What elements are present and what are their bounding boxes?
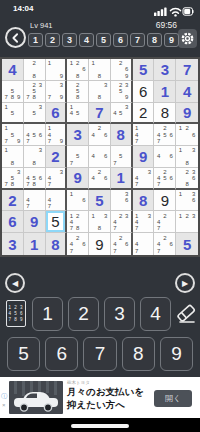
pencil-marks: 2368 bbox=[176, 168, 198, 188]
cell-r1c3[interactable]: 19 bbox=[46, 59, 68, 81]
pencil-marks: 46 bbox=[154, 146, 175, 167]
numpad-button-9[interactable]: 9 bbox=[160, 337, 193, 371]
given-digit: 3 bbox=[161, 62, 169, 77]
status-icons bbox=[154, 3, 194, 21]
pencil-marks: 18 bbox=[2, 146, 23, 167]
cell-r2c5[interactable]: 38 bbox=[89, 81, 111, 103]
pencil-marks: 4567 bbox=[24, 124, 45, 145]
given-digit: 6 bbox=[51, 105, 59, 120]
pencil-marks: 46 bbox=[89, 146, 110, 167]
pencil-marks: 57 bbox=[67, 146, 88, 167]
pencil-marks: 24567 bbox=[154, 124, 175, 145]
home-indicator[interactable] bbox=[71, 424, 129, 428]
cell-r1c2[interactable]: 28 bbox=[24, 59, 46, 81]
cell-r4c4[interactable]: 3 bbox=[67, 124, 89, 146]
cell-r9c7[interactable]: 47 bbox=[133, 233, 155, 255]
given-digit: 4 bbox=[183, 84, 191, 99]
given-digit: 8 bbox=[139, 193, 147, 208]
gear-icon bbox=[180, 31, 195, 46]
prev-button[interactable]: ◀ bbox=[5, 273, 25, 293]
pencil-marks: 47 bbox=[24, 190, 45, 211]
pencil-marks: 28 bbox=[24, 59, 45, 80]
cell-r2c8[interactable]: 1 bbox=[154, 81, 176, 103]
given-digit: 1 bbox=[161, 84, 169, 99]
cell-r9c6[interactable]: 2467 bbox=[111, 233, 133, 255]
timer-label: 69:56 bbox=[156, 20, 177, 30]
cell-r8c7[interactable]: 1347 bbox=[133, 211, 155, 233]
notes-icon-row: 4 5 6 bbox=[8, 311, 23, 316]
pencil-marks: 258 bbox=[67, 81, 88, 102]
ad-info-icon[interactable]: ⓘ bbox=[1, 393, 7, 399]
ad-banner: ⓘ × 栃木トヨタ 月々のお支払いを 抑えたい方へ 開く bbox=[0, 377, 200, 418]
digit-counter-button-9[interactable]: 9 bbox=[164, 33, 179, 47]
eraser-icon bbox=[175, 303, 197, 325]
given-digit: 3 bbox=[74, 127, 82, 142]
cell-r9c8[interactable]: 2467 bbox=[154, 233, 176, 255]
cell-r4c1[interactable]: 1579 bbox=[2, 124, 24, 146]
cell-r5c5[interactable]: 46 bbox=[89, 146, 111, 168]
back-button[interactable] bbox=[5, 27, 26, 48]
cell-r5c2[interactable]: 38 bbox=[24, 146, 46, 168]
pencil-marks: 246 bbox=[89, 124, 110, 145]
pencil-marks: 57 bbox=[111, 146, 131, 167]
pencil-marks: 15 bbox=[2, 103, 23, 123]
digit-counter-button-3[interactable]: 3 bbox=[62, 33, 77, 47]
app-screen: 14:04 Lv 941 69:56 bbox=[0, 0, 200, 432]
given-digit: 5 bbox=[183, 237, 191, 252]
given-digit: 1 bbox=[30, 237, 38, 252]
numpad-button-1[interactable]: 1 bbox=[32, 297, 63, 331]
ad-headline-line1[interactable]: 月々のお支払いを bbox=[67, 387, 144, 397]
cell-r9c4[interactable]: 2467 bbox=[67, 233, 89, 255]
pencil-marks: 2467 bbox=[111, 233, 131, 255]
notes-icon-row: 1 2 3 bbox=[8, 305, 23, 310]
arrow-left-icon: ◀ bbox=[12, 279, 18, 288]
pencil-marks: 136 bbox=[176, 190, 198, 211]
cell-r3c8[interactable]: 8 bbox=[154, 103, 176, 125]
pencil-marks: 1347 bbox=[133, 211, 154, 232]
pencil-marks: 347 bbox=[46, 168, 66, 188]
cell-r3c3[interactable]: 6 bbox=[46, 103, 68, 125]
pencil-notes-toggle[interactable]: 1 2 3 4 5 6 7 8 9 bbox=[6, 300, 26, 327]
given-digit: 6 bbox=[8, 214, 16, 229]
cell-r5c6[interactable]: 57 bbox=[111, 146, 133, 168]
digit-counter-button-5[interactable]: 5 bbox=[96, 33, 111, 47]
pencil-marks: 145 bbox=[67, 103, 88, 123]
given-digit: 9 bbox=[139, 149, 147, 164]
numpad-button-5[interactable]: 5 bbox=[7, 337, 40, 371]
cell-r7c4[interactable]: 16 bbox=[67, 190, 89, 212]
cell-r8c3[interactable]: 5 bbox=[46, 211, 68, 233]
pencil-marks: 36 bbox=[111, 190, 131, 211]
pencil-marks: 38 bbox=[89, 81, 110, 102]
pencil-marks: 347 bbox=[133, 168, 154, 188]
cell-r2c9[interactable]: 4 bbox=[176, 81, 198, 103]
pencil-marks: 35 bbox=[24, 103, 45, 123]
cell-r2c7[interactable]: 6 bbox=[133, 81, 155, 103]
next-button[interactable]: ▶ bbox=[175, 273, 195, 293]
cell-r9c5[interactable]: 9 bbox=[89, 233, 111, 255]
cell-r8c4[interactable]: 12478 bbox=[67, 211, 89, 233]
cell-r5c8[interactable]: 46 bbox=[154, 146, 176, 168]
cell-r5c7[interactable]: 9 bbox=[133, 146, 155, 168]
cell-r5c1[interactable]: 18 bbox=[2, 146, 24, 168]
given-digit: 8 bbox=[117, 127, 125, 142]
cell-r1c9[interactable]: 7 bbox=[176, 59, 198, 81]
pencil-marks: 1479 bbox=[46, 124, 66, 145]
ad-advertiser-label: 栃木トヨタ bbox=[67, 380, 90, 385]
pencil-marks: 16 bbox=[67, 190, 88, 211]
pencil-marks: 379 bbox=[46, 81, 66, 102]
digit-counter-button-8[interactable]: 8 bbox=[147, 33, 162, 47]
arrow-right-icon: ▶ bbox=[182, 279, 188, 288]
pencil-marks: 123 bbox=[176, 211, 198, 232]
given-digit: 4 bbox=[8, 62, 16, 77]
cell-r6c6[interactable]: 1 bbox=[111, 168, 133, 190]
pencil-marks: 23578 bbox=[24, 81, 45, 102]
cell-r3c6[interactable]: 345 bbox=[111, 103, 133, 125]
user-digit: 2 bbox=[139, 105, 147, 120]
cell-r3c7[interactable]: 2 bbox=[133, 103, 155, 125]
cell-r3c9[interactable]: 9 bbox=[176, 103, 198, 125]
cell-r8c8[interactable]: 247 bbox=[154, 211, 176, 233]
cell-r3c2[interactable]: 35 bbox=[24, 103, 46, 125]
cell-r3c4[interactable]: 145 bbox=[67, 103, 89, 125]
numpad-row-2: 56789 bbox=[7, 337, 193, 371]
cell-r4c7[interactable]: 147 bbox=[133, 124, 155, 146]
digit-counter-button-1[interactable]: 1 bbox=[28, 33, 43, 47]
settings-button[interactable] bbox=[178, 29, 197, 48]
cell-r2c3[interactable]: 379 bbox=[46, 81, 68, 103]
notes-icon-row: 7 8 9 bbox=[8, 317, 23, 322]
given-digit: 2 bbox=[51, 149, 59, 164]
pencil-marks: 47 bbox=[46, 190, 66, 211]
cell-r6c4[interactable]: 9 bbox=[67, 168, 89, 190]
given-digit: 7 bbox=[183, 62, 191, 77]
pencil-marks: 138 bbox=[176, 146, 198, 167]
cell-r7c7[interactable]: 8 bbox=[133, 190, 155, 212]
user-digit: 6 bbox=[139, 84, 147, 99]
cell-r4c8[interactable]: 24567 bbox=[154, 124, 176, 146]
cell-r3c1[interactable]: 15 bbox=[2, 103, 24, 125]
battery-icon bbox=[183, 8, 194, 15]
given-digit: 1 bbox=[117, 170, 125, 185]
pencil-marks: 126 bbox=[176, 124, 198, 145]
given-digit: 9 bbox=[74, 170, 82, 185]
pencil-marks: 2467 bbox=[67, 233, 88, 255]
user-digit: 8 bbox=[161, 105, 169, 120]
pencil-marks: 345 bbox=[111, 103, 131, 123]
numpad-button-2[interactable]: 2 bbox=[68, 297, 99, 331]
pencil-marks: 1268 bbox=[67, 59, 88, 80]
cell-r6c8[interactable]: 24567 bbox=[154, 168, 176, 190]
cell-r6c3[interactable]: 347 bbox=[46, 168, 68, 190]
wifi-dot bbox=[174, 14, 176, 16]
cell-r8c9[interactable]: 123 bbox=[176, 211, 198, 233]
pencil-marks: 269 bbox=[111, 59, 131, 80]
digit-counter-button-7[interactable]: 7 bbox=[130, 33, 145, 47]
cell-r5c4[interactable]: 57 bbox=[67, 146, 89, 168]
signal-icon bbox=[154, 7, 167, 16]
cell-r1c5[interactable]: 18 bbox=[89, 59, 111, 81]
pencil-marks: 5789 bbox=[2, 81, 23, 102]
cell-r4c2[interactable]: 4567 bbox=[24, 124, 46, 146]
given-digit: 5 bbox=[95, 193, 103, 208]
status-time: 14:04 bbox=[13, 4, 33, 13]
cell-r7c8[interactable]: 9 bbox=[154, 190, 176, 212]
given-digit: 9 bbox=[30, 214, 38, 229]
cell-r9c2[interactable]: 1 bbox=[24, 233, 46, 255]
user-digit: 5 bbox=[51, 214, 59, 229]
level-label: Lv 941 bbox=[30, 21, 53, 30]
pencil-marks: 19 bbox=[46, 59, 66, 80]
cell-r7c2[interactable]: 47 bbox=[24, 190, 46, 212]
ad-headline-line2[interactable]: 抑えたい方へ bbox=[67, 400, 125, 410]
cell-r8c2[interactable]: 9 bbox=[24, 211, 46, 233]
cell-r5c3[interactable]: 2 bbox=[46, 146, 68, 168]
digit-counter-button-6[interactable]: 6 bbox=[113, 33, 128, 47]
cell-r2c2[interactable]: 23578 bbox=[24, 81, 46, 103]
pencil-marks: 1579 bbox=[2, 124, 23, 145]
cell-r8c1[interactable]: 6 bbox=[2, 211, 24, 233]
digit-counter-button-4[interactable]: 4 bbox=[79, 33, 94, 47]
cell-r7c5[interactable]: 5 bbox=[89, 190, 111, 212]
pencil-marks: 2467 bbox=[154, 233, 175, 255]
pencil-marks: 147 bbox=[133, 124, 154, 145]
sudoku-board: 4281912681826953757892357837925838235961… bbox=[0, 57, 200, 257]
given-digit: 8 bbox=[51, 237, 59, 252]
pencil-marks: 12478 bbox=[67, 211, 88, 232]
eraser-button[interactable] bbox=[175, 303, 197, 325]
cell-r7c9[interactable]: 136 bbox=[176, 190, 198, 212]
given-digit: 7 bbox=[95, 105, 103, 120]
cell-r7c3[interactable]: 47 bbox=[46, 190, 68, 212]
numpad-button-3[interactable]: 3 bbox=[104, 297, 135, 331]
pencil-marks: 2347 bbox=[111, 211, 131, 232]
chevron-left-icon bbox=[10, 32, 22, 44]
ad-close-icon[interactable]: × bbox=[2, 402, 6, 408]
cell-r4c6[interactable]: 8 bbox=[111, 124, 133, 146]
pencil-marks: 18 bbox=[89, 59, 110, 80]
cell-r2c1[interactable]: 5789 bbox=[2, 81, 24, 103]
pencil-marks: 38 bbox=[24, 146, 45, 167]
cell-r6c1[interactable]: 3578 bbox=[2, 168, 24, 190]
cell-r5c9[interactable]: 138 bbox=[176, 146, 198, 168]
cell-r1c1[interactable]: 4 bbox=[2, 59, 24, 81]
pencil-marks: 24567 bbox=[154, 168, 175, 188]
cell-r7c6[interactable]: 36 bbox=[111, 190, 133, 212]
cell-r1c7[interactable]: 5 bbox=[133, 59, 155, 81]
numpad-button-8[interactable]: 8 bbox=[122, 337, 155, 371]
cell-r8c5[interactable]: 138 bbox=[89, 211, 111, 233]
digit-counter-strip: 123456789 bbox=[28, 33, 179, 47]
cell-r9c9[interactable]: 5 bbox=[176, 233, 198, 255]
given-digit: 5 bbox=[139, 62, 147, 77]
pencil-marks: 3578 bbox=[2, 168, 23, 188]
cell-r1c8[interactable]: 3 bbox=[154, 59, 176, 81]
numpad-row-1: 1234 bbox=[32, 297, 171, 331]
cell-r7c1[interactable]: 2 bbox=[2, 190, 24, 212]
pencil-marks: 47 bbox=[133, 233, 154, 255]
cell-r9c1[interactable]: 3 bbox=[2, 233, 24, 255]
pencil-marks: 138 bbox=[89, 211, 110, 232]
cell-r2c6[interactable]: 2359 bbox=[111, 81, 133, 103]
digit-counter-button-2[interactable]: 2 bbox=[45, 33, 60, 47]
user-digit: 9 bbox=[161, 193, 169, 208]
pencil-marks: 2359 bbox=[111, 81, 131, 102]
cell-r9c3[interactable]: 8 bbox=[46, 233, 68, 255]
given-digit: 3 bbox=[8, 237, 16, 252]
ad-open-button[interactable]: 開く bbox=[154, 390, 192, 407]
cell-r3c5[interactable]: 7 bbox=[89, 103, 111, 125]
cell-r6c2[interactable]: 45678 bbox=[24, 168, 46, 190]
user-digit: 9 bbox=[95, 237, 103, 252]
cell-r6c9[interactable]: 2368 bbox=[176, 168, 198, 190]
cell-r4c5[interactable]: 246 bbox=[89, 124, 111, 146]
cell-r6c5[interactable]: 246 bbox=[89, 168, 111, 190]
numpad-button-4[interactable]: 4 bbox=[140, 297, 171, 331]
cell-r8c6[interactable]: 2347 bbox=[111, 211, 133, 233]
cell-r1c4[interactable]: 1268 bbox=[67, 59, 89, 81]
cell-r1c6[interactable]: 269 bbox=[111, 59, 133, 81]
numpad-button-6[interactable]: 6 bbox=[45, 337, 78, 371]
pencil-marks: 246 bbox=[89, 168, 110, 188]
numpad-button-7[interactable]: 7 bbox=[83, 337, 116, 371]
given-digit: 9 bbox=[183, 105, 191, 120]
home-indicator-area bbox=[0, 418, 200, 432]
cell-r2c4[interactable]: 258 bbox=[67, 81, 89, 103]
given-digit: 2 bbox=[8, 193, 16, 208]
cell-r4c9[interactable]: 126 bbox=[176, 124, 198, 146]
pencil-marks: 247 bbox=[154, 211, 175, 232]
pencil-marks: 45678 bbox=[24, 168, 45, 188]
ad-car-image[interactable] bbox=[9, 381, 63, 414]
wifi-icon bbox=[171, 8, 181, 13]
cell-r6c7[interactable]: 347 bbox=[133, 168, 155, 190]
cell-r4c3[interactable]: 1479 bbox=[46, 124, 68, 146]
